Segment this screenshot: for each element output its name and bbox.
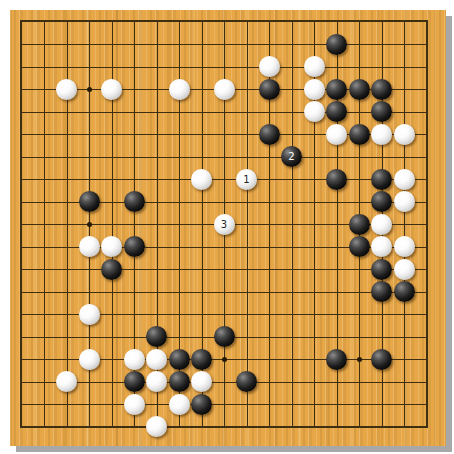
move-number-label: 2 (281, 146, 302, 167)
black-stone (371, 191, 392, 212)
white-stone (259, 56, 280, 77)
black-stone (326, 101, 347, 122)
white-stone (56, 371, 77, 392)
black-stone (371, 169, 392, 190)
white-stone (169, 79, 190, 100)
black-stone (371, 259, 392, 280)
white-stone (191, 371, 212, 392)
white-stone (101, 236, 122, 257)
move-1-stone: 1 (236, 169, 257, 190)
white-stone (394, 236, 415, 257)
white-stone (394, 124, 415, 145)
white-stone (79, 236, 100, 257)
white-stone (146, 349, 167, 370)
white-stone (304, 101, 325, 122)
grid-line-vertical (404, 22, 405, 427)
white-stone (124, 349, 145, 370)
white-stone (371, 236, 392, 257)
black-stone (349, 79, 370, 100)
star-point (222, 357, 227, 362)
go-board[interactable]: 213 (10, 10, 446, 446)
black-stone (259, 79, 280, 100)
grid-line-horizontal (22, 269, 427, 270)
black-stone (169, 349, 190, 370)
white-stone (371, 124, 392, 145)
white-stone (79, 304, 100, 325)
move-number-label: 3 (214, 214, 235, 235)
move-2-stone: 2 (281, 146, 302, 167)
black-stone (349, 214, 370, 235)
white-stone (326, 124, 347, 145)
black-stone (101, 259, 122, 280)
white-stone (79, 349, 100, 370)
black-stone (394, 281, 415, 302)
white-stone (191, 169, 212, 190)
move-3-stone: 3 (214, 214, 235, 235)
black-stone (124, 371, 145, 392)
white-stone (394, 191, 415, 212)
black-stone (349, 124, 370, 145)
black-stone (214, 326, 235, 347)
black-stone (191, 394, 212, 415)
black-stone (371, 101, 392, 122)
black-stone (169, 371, 190, 392)
black-stone (124, 191, 145, 212)
black-stone (326, 169, 347, 190)
white-stone (101, 79, 122, 100)
move-number-label: 1 (236, 169, 257, 190)
black-stone (371, 79, 392, 100)
black-stone (326, 349, 347, 370)
white-stone (304, 56, 325, 77)
white-stone (304, 79, 325, 100)
white-stone (146, 416, 167, 437)
black-stone (191, 349, 212, 370)
grid-line-vertical (247, 22, 248, 427)
black-stone (236, 371, 257, 392)
grid-line-vertical (292, 22, 293, 427)
star-point (87, 222, 92, 227)
black-stone (124, 236, 145, 257)
black-stone (259, 124, 280, 145)
star-point (357, 357, 362, 362)
grid-line-horizontal (22, 404, 427, 405)
white-stone (124, 394, 145, 415)
white-stone (371, 214, 392, 235)
white-stone (56, 79, 77, 100)
white-stone (394, 169, 415, 190)
star-point (87, 87, 92, 92)
black-stone (371, 281, 392, 302)
white-stone (394, 259, 415, 280)
black-stone (349, 236, 370, 257)
black-stone (371, 349, 392, 370)
grid-line-horizontal (22, 292, 427, 293)
white-stone (214, 79, 235, 100)
white-stone (169, 394, 190, 415)
black-stone (326, 34, 347, 55)
black-stone (146, 326, 167, 347)
black-stone (326, 79, 347, 100)
grid-line-horizontal (22, 382, 427, 383)
white-stone (146, 371, 167, 392)
black-stone (79, 191, 100, 212)
